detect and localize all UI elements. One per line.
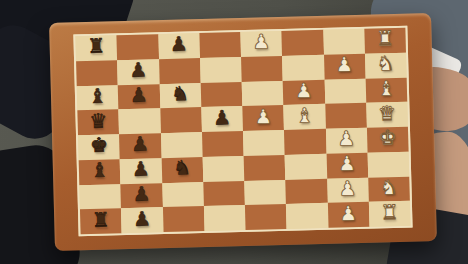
square-d3[interactable]: ♝ (284, 104, 326, 130)
square-c1[interactable]: ♝ (365, 77, 407, 103)
square-a6[interactable]: ♟ (158, 33, 200, 59)
piece-white-bishop[interactable]: ♝ (377, 78, 395, 98)
square-c8[interactable]: ♝ (77, 85, 119, 111)
piece-black-pawn[interactable]: ♟ (213, 107, 231, 127)
square-c7[interactable]: ♟ (118, 84, 160, 110)
square-d1[interactable]: ♛ (366, 102, 408, 128)
piece-black-knight[interactable]: ♞ (171, 83, 189, 103)
chess-board-border: ♜♟♟♜♟♟♞♝♟♞♟♝♛♟♟♝♛♚♟♟♚♝♟♞♟♟♟♞♜♟♟♜ (73, 26, 412, 237)
square-c4[interactable] (242, 80, 284, 106)
square-e2[interactable]: ♟ (325, 128, 367, 154)
piece-white-knight[interactable]: ♞ (376, 53, 394, 73)
square-d7[interactable] (119, 108, 161, 134)
piece-white-pawn[interactable]: ♟ (252, 32, 270, 52)
piece-black-pawn[interactable]: ♟ (132, 159, 150, 179)
square-g6[interactable] (162, 182, 204, 208)
square-h6[interactable] (162, 206, 204, 232)
square-a5[interactable] (199, 32, 241, 58)
square-a1[interactable]: ♜ (364, 28, 406, 54)
piece-white-rook[interactable]: ♜ (376, 28, 394, 48)
square-g2[interactable]: ♟ (327, 177, 369, 203)
square-f4[interactable] (244, 155, 286, 181)
square-e8[interactable]: ♚ (78, 134, 120, 160)
square-g5[interactable] (203, 180, 245, 206)
square-b4[interactable] (241, 56, 283, 82)
square-g8[interactable] (79, 184, 121, 210)
piece-white-knight[interactable]: ♞ (380, 177, 398, 197)
square-d6[interactable] (160, 107, 202, 133)
piece-black-bishop[interactable]: ♝ (88, 85, 106, 105)
square-f5[interactable] (202, 156, 244, 182)
piece-black-pawn[interactable]: ♟ (132, 183, 150, 203)
square-c3[interactable]: ♟ (283, 79, 325, 105)
square-a2[interactable] (323, 29, 365, 55)
square-e4[interactable] (243, 130, 285, 156)
square-a8[interactable]: ♜ (75, 35, 117, 61)
square-d2[interactable] (325, 103, 367, 129)
square-f1[interactable] (367, 151, 409, 177)
square-c6[interactable]: ♞ (159, 83, 201, 109)
piece-white-pawn[interactable]: ♟ (339, 203, 357, 223)
square-h4[interactable] (245, 204, 287, 230)
square-e6[interactable] (161, 132, 203, 158)
square-f3[interactable] (285, 154, 327, 180)
piece-black-rook[interactable]: ♜ (92, 209, 110, 229)
square-h3[interactable] (286, 203, 328, 229)
piece-white-queen[interactable]: ♛ (378, 103, 396, 123)
piece-white-pawn[interactable]: ♟ (335, 54, 353, 74)
square-f6[interactable]: ♞ (161, 157, 203, 183)
chess-board-frame: ♜♟♟♜♟♟♞♝♟♞♟♝♛♟♟♝♛♚♟♟♚♝♟♞♟♟♟♞♜♟♟♜ (49, 13, 437, 251)
piece-black-knight[interactable]: ♞ (173, 158, 191, 178)
piece-white-bishop[interactable]: ♝ (295, 105, 313, 125)
square-d4[interactable]: ♟ (242, 105, 284, 131)
piece-white-pawn[interactable]: ♟ (338, 153, 356, 173)
square-b8[interactable] (76, 60, 118, 86)
piece-white-pawn[interactable]: ♟ (338, 178, 356, 198)
piece-black-pawn[interactable]: ♟ (170, 34, 188, 54)
square-b3[interactable] (282, 55, 324, 81)
square-a4[interactable]: ♟ (240, 31, 282, 57)
square-h2[interactable]: ♟ (327, 202, 369, 228)
square-e7[interactable]: ♟ (119, 133, 161, 159)
square-h5[interactable] (204, 205, 246, 231)
square-g3[interactable] (286, 178, 328, 204)
piece-black-pawn[interactable]: ♟ (130, 84, 148, 104)
piece-black-pawn[interactable]: ♟ (129, 60, 147, 80)
piece-black-queen[interactable]: ♛ (89, 110, 107, 130)
square-e5[interactable] (202, 131, 244, 157)
piece-black-rook[interactable]: ♜ (87, 36, 105, 56)
square-h1[interactable]: ♜ (369, 201, 411, 227)
square-a3[interactable] (282, 30, 324, 56)
piece-black-pawn[interactable]: ♟ (131, 134, 149, 154)
square-b1[interactable]: ♞ (365, 52, 407, 78)
square-e3[interactable] (284, 129, 326, 155)
square-b7[interactable]: ♟ (117, 59, 159, 85)
square-f7[interactable]: ♟ (120, 158, 162, 184)
square-e1[interactable]: ♚ (367, 127, 409, 153)
piece-black-king[interactable]: ♚ (90, 135, 108, 155)
square-h8[interactable]: ♜ (80, 208, 122, 234)
square-g4[interactable] (244, 179, 286, 205)
square-b5[interactable] (200, 57, 242, 83)
square-c5[interactable] (200, 82, 242, 108)
piece-white-king[interactable]: ♚ (378, 127, 396, 147)
square-a7[interactable] (117, 34, 159, 60)
piece-white-pawn[interactable]: ♟ (337, 128, 355, 148)
square-d8[interactable]: ♛ (77, 109, 119, 135)
square-b2[interactable]: ♟ (324, 54, 366, 80)
piece-black-pawn[interactable]: ♟ (133, 208, 151, 228)
square-h7[interactable]: ♟ (121, 207, 163, 233)
piece-white-rook[interactable]: ♜ (380, 202, 398, 222)
square-f2[interactable]: ♟ (326, 153, 368, 179)
chess-board: ♜♟♟♜♟♟♞♝♟♞♟♝♛♟♟♝♛♚♟♟♚♝♟♞♟♟♟♞♜♟♟♜ (75, 28, 410, 235)
piece-white-pawn[interactable]: ♟ (295, 80, 313, 100)
piece-black-bishop[interactable]: ♝ (90, 160, 108, 180)
square-g7[interactable]: ♟ (121, 183, 163, 209)
square-d5[interactable]: ♟ (201, 106, 243, 132)
square-b6[interactable] (159, 58, 201, 84)
square-c2[interactable] (324, 78, 366, 104)
square-g1[interactable]: ♞ (368, 176, 410, 202)
square-f8[interactable]: ♝ (79, 159, 121, 185)
piece-white-pawn[interactable]: ♟ (254, 106, 272, 126)
